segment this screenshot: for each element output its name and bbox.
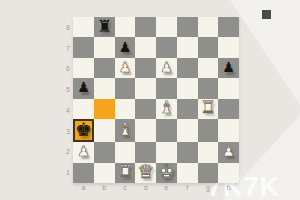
square-f4[interactable] [177,99,198,119]
file-label-d: d [135,184,156,194]
square-d3[interactable] [135,119,156,142]
square-b1[interactable] [94,163,115,183]
white-rook[interactable]: ♜ [200,99,215,116]
square-e8[interactable] [156,17,177,37]
square-c8[interactable] [115,17,136,37]
square-b3[interactable] [94,119,115,142]
square-e6[interactable]: ♟ [156,58,177,78]
file-label-c: c [115,184,136,194]
square-b6[interactable] [94,58,115,78]
square-e4[interactable]: ♝ [156,99,177,119]
square-e7[interactable] [156,37,177,57]
square-a8[interactable] [73,17,94,37]
square-d6[interactable] [135,58,156,78]
square-g7[interactable] [198,37,219,57]
file-label-b: b [94,184,115,194]
file-label-e: e [156,184,177,194]
square-g5[interactable] [198,78,219,98]
square-a5[interactable]: ♟ [73,78,94,98]
white-pawn[interactable]: ♟ [160,60,173,74]
black-rook[interactable]: ♜ [97,18,112,35]
white-rook[interactable]: ♜ [117,163,132,180]
game-screen: 7K7K 87654321 abcdefgh ♜♟♟♟♟♟♝♜♚♝♟♟♜♛♚ [0,0,300,200]
chessboard: ♜♟♟♟♟♟♝♜♚♝♟♟♜♛♚ [73,17,239,183]
square-h8[interactable] [218,17,239,37]
square-d4[interactable] [135,99,156,119]
square-f3[interactable] [177,119,198,142]
square-c2[interactable] [115,142,136,162]
square-b8[interactable]: ♜ [94,17,115,37]
square-f2[interactable] [177,142,198,162]
square-g8[interactable] [198,17,219,37]
square-h7[interactable] [218,37,239,57]
square-e1[interactable]: ♚ [156,163,177,183]
rank-label-3: 3 [59,121,70,142]
square-d8[interactable] [135,17,156,37]
file-labels: abcdefgh [73,184,239,194]
square-f6[interactable] [177,58,198,78]
white-king[interactable]: ♚ [158,162,175,181]
square-c7[interactable]: ♟ [115,37,136,57]
white-queen[interactable]: ♛ [137,162,154,181]
rank-label-6: 6 [59,59,70,80]
rank-label-4: 4 [59,100,70,121]
square-g4[interactable]: ♜ [198,99,219,119]
black-pawn[interactable]: ♟ [222,60,235,74]
black-king[interactable]: ♚ [75,120,92,139]
square-e3[interactable] [156,119,177,142]
square-e5[interactable] [156,78,177,98]
black-pawn[interactable]: ♟ [77,80,90,94]
rank-label-2: 2 [59,142,70,163]
square-d1[interactable]: ♛ [135,163,156,183]
rank-label-7: 7 [59,38,70,59]
square-h5[interactable] [218,78,239,98]
square-b5[interactable] [94,78,115,98]
rank-label-1: 1 [59,162,70,183]
square-a2[interactable]: ♟ [73,142,94,162]
square-a7[interactable] [73,37,94,57]
square-f7[interactable] [177,37,198,57]
square-g6[interactable] [198,58,219,78]
rank-label-5: 5 [59,79,70,100]
square-b4[interactable] [94,99,115,119]
square-d5[interactable] [135,78,156,98]
square-c5[interactable] [115,78,136,98]
square-a3[interactable]: ♚ [73,119,94,142]
square-c1[interactable]: ♜ [115,163,136,183]
corner-decoration-square [262,10,271,19]
rank-label-8: 8 [59,17,70,38]
file-label-a: a [73,184,94,194]
square-h4[interactable] [218,99,239,119]
white-bishop[interactable]: ♝ [159,99,174,116]
square-h1[interactable] [218,163,239,183]
white-pawn[interactable]: ♟ [119,60,132,74]
square-c3[interactable]: ♝ [115,119,136,142]
square-h2[interactable]: ♟ [218,142,239,162]
square-g2[interactable] [198,142,219,162]
file-label-g: g [198,184,219,194]
black-pawn[interactable]: ♟ [119,40,132,54]
square-c6[interactable]: ♟ [115,58,136,78]
white-pawn[interactable]: ♟ [222,144,235,158]
square-h6[interactable]: ♟ [218,58,239,78]
file-label-h: h [218,184,239,194]
square-f8[interactable] [177,17,198,37]
square-a1[interactable] [73,163,94,183]
square-d7[interactable] [135,37,156,57]
square-a4[interactable] [73,99,94,119]
square-b7[interactable] [94,37,115,57]
square-a6[interactable] [73,58,94,78]
rank-labels: 87654321 [59,17,70,183]
square-b2[interactable] [94,142,115,162]
square-h3[interactable] [218,119,239,142]
white-bishop[interactable]: ♝ [117,121,132,138]
square-g1[interactable] [198,163,219,183]
square-f5[interactable] [177,78,198,98]
square-f1[interactable] [177,163,198,183]
square-g3[interactable] [198,119,219,142]
file-label-f: f [177,184,198,194]
white-pawn[interactable]: ♟ [77,144,90,158]
square-c4[interactable] [115,99,136,119]
